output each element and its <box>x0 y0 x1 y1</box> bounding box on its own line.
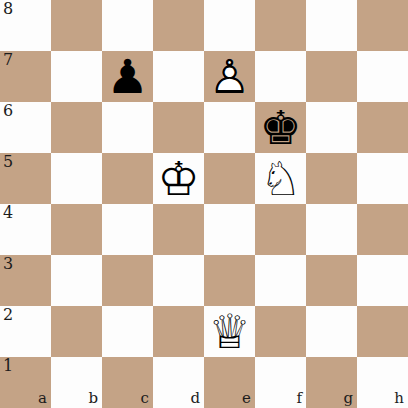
square-h5[interactable] <box>357 153 408 204</box>
square-d5[interactable]: ♚♔ <box>153 153 204 204</box>
square-h6[interactable] <box>357 102 408 153</box>
square-a3[interactable]: 3 <box>0 255 51 306</box>
white-pawn-icon: ♟♙ <box>204 51 255 102</box>
square-d2[interactable] <box>153 306 204 357</box>
square-f6[interactable]: ♚ <box>255 102 306 153</box>
square-c7[interactable]: ♟ <box>102 51 153 102</box>
square-f4[interactable] <box>255 204 306 255</box>
rank-label-6: 6 <box>3 102 13 120</box>
file-label-f: f <box>296 391 302 406</box>
rank-label-1: 1 <box>3 357 13 375</box>
square-c3[interactable] <box>102 255 153 306</box>
square-e3[interactable] <box>204 255 255 306</box>
square-a2[interactable]: 2 <box>0 306 51 357</box>
square-e6[interactable] <box>204 102 255 153</box>
file-label-b: b <box>88 391 98 406</box>
file-label-d: d <box>190 391 200 406</box>
square-e5[interactable] <box>204 153 255 204</box>
file-label-e: e <box>242 391 251 406</box>
square-d4[interactable] <box>153 204 204 255</box>
square-a5[interactable]: 5 <box>0 153 51 204</box>
square-a1[interactable]: 1a <box>0 357 51 408</box>
square-f1[interactable]: f <box>255 357 306 408</box>
rank-label-4: 4 <box>3 204 13 222</box>
square-h8[interactable] <box>357 0 408 51</box>
white-knight-icon: ♞♘ <box>255 153 306 204</box>
chess-board-container: 87♟♟♙6♚5♚♔♞♘432♛♕1abcdefgh <box>0 0 408 408</box>
square-g5[interactable] <box>306 153 357 204</box>
square-b7[interactable] <box>51 51 102 102</box>
square-e4[interactable] <box>204 204 255 255</box>
square-d1[interactable]: d <box>153 357 204 408</box>
square-a4[interactable]: 4 <box>0 204 51 255</box>
square-b3[interactable] <box>51 255 102 306</box>
square-g1[interactable]: g <box>306 357 357 408</box>
file-label-c: c <box>141 391 149 406</box>
square-d7[interactable] <box>153 51 204 102</box>
square-e8[interactable] <box>204 0 255 51</box>
square-b4[interactable] <box>51 204 102 255</box>
black-pawn-icon: ♟ <box>102 51 153 102</box>
rank-label-2: 2 <box>3 306 13 324</box>
square-h7[interactable] <box>357 51 408 102</box>
square-g8[interactable] <box>306 0 357 51</box>
square-b8[interactable] <box>51 0 102 51</box>
square-g7[interactable] <box>306 51 357 102</box>
rank-label-7: 7 <box>3 51 13 69</box>
white-king-icon: ♚♔ <box>153 153 204 204</box>
square-c1[interactable]: c <box>102 357 153 408</box>
square-c4[interactable] <box>102 204 153 255</box>
square-b1[interactable]: b <box>51 357 102 408</box>
square-a6[interactable]: 6 <box>0 102 51 153</box>
square-e7[interactable]: ♟♙ <box>204 51 255 102</box>
rank-label-3: 3 <box>3 255 13 273</box>
square-h2[interactable] <box>357 306 408 357</box>
square-h1[interactable]: h <box>357 357 408 408</box>
black-king-icon: ♚ <box>255 102 306 153</box>
square-h3[interactable] <box>357 255 408 306</box>
rank-label-5: 5 <box>3 153 13 171</box>
square-g3[interactable] <box>306 255 357 306</box>
square-f2[interactable] <box>255 306 306 357</box>
square-c6[interactable] <box>102 102 153 153</box>
square-e2[interactable]: ♛♕ <box>204 306 255 357</box>
file-label-a: a <box>38 391 47 406</box>
square-c5[interactable] <box>102 153 153 204</box>
file-label-g: g <box>343 391 353 406</box>
square-g2[interactable] <box>306 306 357 357</box>
square-a7[interactable]: 7 <box>0 51 51 102</box>
square-f7[interactable] <box>255 51 306 102</box>
square-d3[interactable] <box>153 255 204 306</box>
square-g6[interactable] <box>306 102 357 153</box>
white-queen-icon: ♛♕ <box>204 306 255 357</box>
square-d6[interactable] <box>153 102 204 153</box>
square-c8[interactable] <box>102 0 153 51</box>
rank-label-8: 8 <box>3 0 13 18</box>
file-label-h: h <box>394 391 404 406</box>
square-b6[interactable] <box>51 102 102 153</box>
square-d8[interactable] <box>153 0 204 51</box>
chess-board: 87♟♟♙6♚5♚♔♞♘432♛♕1abcdefgh <box>0 0 408 408</box>
square-e1[interactable]: e <box>204 357 255 408</box>
square-g4[interactable] <box>306 204 357 255</box>
square-c2[interactable] <box>102 306 153 357</box>
square-h4[interactable] <box>357 204 408 255</box>
square-a8[interactable]: 8 <box>0 0 51 51</box>
square-f3[interactable] <box>255 255 306 306</box>
square-b5[interactable] <box>51 153 102 204</box>
square-f5[interactable]: ♞♘ <box>255 153 306 204</box>
square-b2[interactable] <box>51 306 102 357</box>
square-f8[interactable] <box>255 0 306 51</box>
